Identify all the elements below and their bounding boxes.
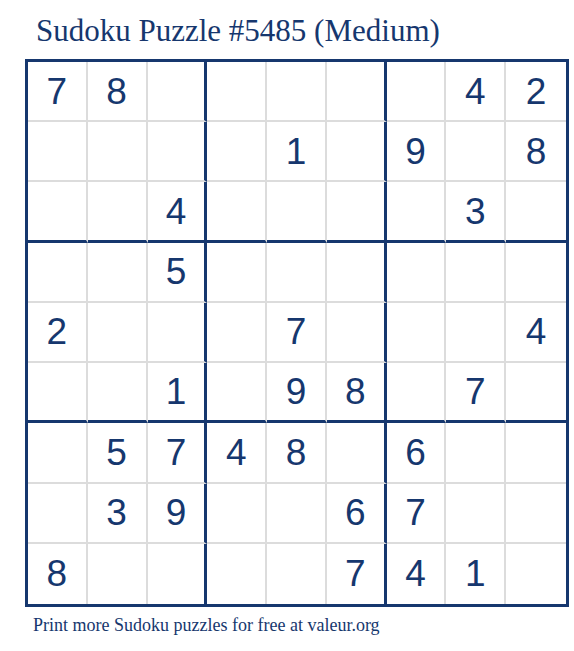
sudoku-cell-r9c3 [148,544,208,604]
sudoku-cell-r4c6 [327,243,387,303]
sudoku-given-r6c5: 9 [267,363,327,423]
sudoku-given-r5c9: 4 [506,303,566,363]
sudoku-cell-r6c7 [387,363,447,423]
page-title: Sudoku Puzzle #5485 (Medium) [36,13,440,49]
sudoku-given-r9c6: 7 [327,544,387,604]
sudoku-given-r2c7: 9 [387,122,447,182]
sudoku-cell-r2c3 [148,122,208,182]
sudoku-given-r1c2: 8 [88,62,148,122]
sudoku-cell-r9c4 [207,544,267,604]
sudoku-cell-r9c2 [88,544,148,604]
sudoku-cell-r4c5 [267,243,327,303]
sudoku-cell-r8c5 [267,484,327,544]
sudoku-cell-r3c5 [267,182,327,242]
sudoku-given-r7c7: 6 [387,423,447,483]
sudoku-print-page: Sudoku Puzzle #5485 (Medium) 78421984352… [0,0,574,651]
sudoku-cell-r6c2 [88,363,148,423]
sudoku-cell-r8c4 [207,484,267,544]
sudoku-cell-r7c6 [327,423,387,483]
sudoku-given-r3c8: 3 [446,182,506,242]
sudoku-given-r8c7: 7 [387,484,447,544]
sudoku-given-r6c3: 1 [148,363,208,423]
sudoku-cell-r5c8 [446,303,506,363]
sudoku-cell-r6c1 [28,363,88,423]
sudoku-given-r7c2: 5 [88,423,148,483]
sudoku-cell-r1c6 [327,62,387,122]
sudoku-cell-r5c3 [148,303,208,363]
sudoku-cell-r7c9 [506,423,566,483]
sudoku-cell-r2c1 [28,122,88,182]
sudoku-cell-r3c1 [28,182,88,242]
sudoku-cell-r8c1 [28,484,88,544]
sudoku-cell-r6c9 [506,363,566,423]
sudoku-cell-r3c6 [327,182,387,242]
sudoku-given-r4c3: 5 [148,243,208,303]
sudoku-cell-r4c1 [28,243,88,303]
sudoku-given-r2c5: 1 [267,122,327,182]
sudoku-cell-r2c8 [446,122,506,182]
sudoku-given-r2c9: 8 [506,122,566,182]
sudoku-given-r1c9: 2 [506,62,566,122]
sudoku-cell-r1c7 [387,62,447,122]
sudoku-board: 784219843527419875748639678741 [25,59,569,607]
sudoku-cell-r7c1 [28,423,88,483]
sudoku-cell-r5c2 [88,303,148,363]
sudoku-given-r3c3: 4 [148,182,208,242]
footer-text: Print more Sudoku puzzles for free at va… [33,615,380,636]
sudoku-given-r7c5: 8 [267,423,327,483]
sudoku-cell-r7c8 [446,423,506,483]
sudoku-cell-r9c9 [506,544,566,604]
sudoku-cell-r1c3 [148,62,208,122]
sudoku-given-r6c8: 7 [446,363,506,423]
sudoku-given-r6c6: 8 [327,363,387,423]
sudoku-cell-r2c4 [207,122,267,182]
sudoku-cell-r4c8 [446,243,506,303]
sudoku-cell-r3c7 [387,182,447,242]
sudoku-cell-r8c8 [446,484,506,544]
sudoku-given-r7c4: 4 [207,423,267,483]
sudoku-given-r8c3: 9 [148,484,208,544]
sudoku-cell-r4c2 [88,243,148,303]
sudoku-given-r7c3: 7 [148,423,208,483]
sudoku-given-r8c6: 6 [327,484,387,544]
sudoku-cell-r1c5 [267,62,327,122]
sudoku-cell-r8c9 [506,484,566,544]
sudoku-cell-r3c9 [506,182,566,242]
sudoku-cell-r2c6 [327,122,387,182]
sudoku-given-r5c1: 2 [28,303,88,363]
sudoku-cell-r2c2 [88,122,148,182]
sudoku-cell-r5c4 [207,303,267,363]
sudoku-given-r8c2: 3 [88,484,148,544]
sudoku-given-r5c5: 7 [267,303,327,363]
sudoku-cell-r3c2 [88,182,148,242]
sudoku-cell-r5c6 [327,303,387,363]
sudoku-given-r9c1: 8 [28,544,88,604]
sudoku-cell-r5c7 [387,303,447,363]
sudoku-cell-r4c4 [207,243,267,303]
sudoku-cell-r9c5 [267,544,327,604]
sudoku-cell-r3c4 [207,182,267,242]
sudoku-cell-r1c4 [207,62,267,122]
sudoku-given-r1c1: 7 [28,62,88,122]
sudoku-given-r9c7: 4 [387,544,447,604]
sudoku-cell-r6c4 [207,363,267,423]
sudoku-cell-r4c9 [506,243,566,303]
sudoku-given-r9c8: 1 [446,544,506,604]
sudoku-cell-r4c7 [387,243,447,303]
sudoku-given-r1c8: 4 [446,62,506,122]
